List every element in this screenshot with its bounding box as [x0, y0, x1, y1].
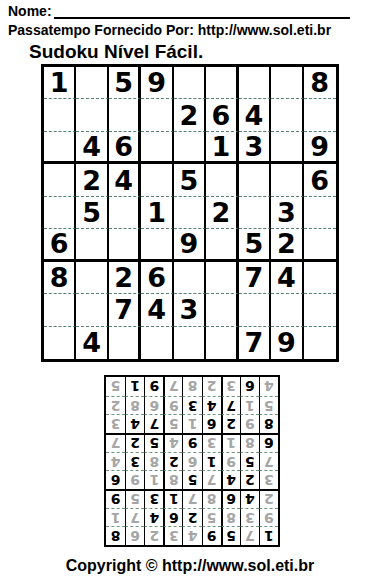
- puzzle-cell-r3c3: 6: [109, 132, 141, 164]
- puzzle-cell-r7c4: 6: [141, 262, 173, 294]
- puzzle-cell-r6c3[interactable]: [109, 229, 141, 261]
- solution-cell-r4c1: 3: [259, 470, 278, 489]
- puzzle-cell-r2c9[interactable]: [304, 99, 336, 131]
- solution-cell-r2c2: 3: [240, 508, 259, 527]
- puzzle-cell-r7c9[interactable]: [304, 262, 336, 294]
- puzzle-cell-r9c2: 4: [76, 327, 108, 359]
- solution-cell-r1c9: 8: [106, 526, 125, 545]
- solution-cell-r9c6: 7: [163, 377, 182, 396]
- solution-cell-r2c4: 5: [202, 508, 221, 527]
- puzzle-cell-r5c1[interactable]: [44, 197, 76, 229]
- solution-cell-r7c9: 3: [106, 414, 125, 433]
- puzzle-cell-r3c4[interactable]: [141, 132, 173, 164]
- puzzle-cell-r5c6: 2: [206, 197, 238, 229]
- solution-cell-r1c1: 1: [259, 526, 278, 545]
- solution-cell-r7c6: 5: [163, 414, 182, 433]
- solution-cell-r9c3: 3: [221, 377, 240, 396]
- solution-cell-r5c8: 3: [125, 452, 144, 471]
- puzzle-cell-r1c2[interactable]: [76, 67, 108, 99]
- puzzle-cell-r3c1[interactable]: [44, 132, 76, 164]
- sudoku-puzzle-grid: 15982644613924565123695282674743479: [41, 64, 339, 362]
- puzzle-cell-r1c6[interactable]: [206, 67, 238, 99]
- solution-cell-r8c3: 7: [221, 396, 240, 415]
- solution-cell-r2c8: 7: [125, 508, 144, 527]
- solution-cell-r1c2: 7: [240, 526, 259, 545]
- solution-cell-r8c8: 8: [125, 396, 144, 415]
- solution-cell-r7c7: 7: [144, 414, 163, 433]
- solution-cell-r7c1: 8: [259, 414, 278, 433]
- solution-cell-r8c7: 6: [144, 396, 163, 415]
- puzzle-cell-r2c7: 4: [239, 99, 271, 131]
- puzzle-cell-r8c9[interactable]: [304, 294, 336, 326]
- puzzle-cell-r9c8: 9: [271, 327, 303, 359]
- solution-cell-r5c7: 8: [144, 452, 163, 471]
- puzzle-cell-r6c6[interactable]: [206, 229, 238, 261]
- solution-cell-r6c3: 1: [221, 433, 240, 452]
- solution-cell-r9c7: 9: [144, 377, 163, 396]
- puzzle-cell-r9c5[interactable]: [174, 327, 206, 359]
- puzzle-cell-r2c3[interactable]: [109, 99, 141, 131]
- solution-cell-r4c2: 2: [240, 470, 259, 489]
- solution-cell-r6c9: 7: [106, 433, 125, 452]
- puzzle-cell-r7c3: 2: [109, 262, 141, 294]
- solution-cell-r9c8: 1: [125, 377, 144, 396]
- worksheet-page: Nome: Passatempo Fornecido Por: http://w…: [0, 0, 380, 585]
- solution-cell-r4c4: 7: [202, 470, 221, 489]
- puzzle-cell-r2c6: 6: [206, 99, 238, 131]
- puzzle-cell-r8c2[interactable]: [76, 294, 108, 326]
- puzzle-cell-r9c7: 7: [239, 327, 271, 359]
- solution-cell-r9c2: 6: [240, 377, 259, 396]
- name-label: Nome:: [8, 3, 52, 19]
- puzzle-cell-r6c9[interactable]: [304, 229, 336, 261]
- solution-cell-r1c4: 9: [202, 526, 221, 545]
- puzzle-cell-r3c5[interactable]: [174, 132, 206, 164]
- solution-cell-r2c1: 9: [259, 508, 278, 527]
- solution-cell-r8c1: 5: [259, 396, 278, 415]
- puzzle-cell-r9c1[interactable]: [44, 327, 76, 359]
- solution-cell-r2c7: 4: [144, 508, 163, 527]
- solution-cell-r8c6: 9: [163, 396, 182, 415]
- solution-cell-r8c5: 3: [182, 396, 201, 415]
- puzzle-cell-r7c7: 7: [239, 262, 271, 294]
- solution-cell-r6c1: 6: [259, 433, 278, 452]
- puzzle-cell-r1c4: 9: [141, 67, 173, 99]
- puzzle-cell-r7c6[interactable]: [206, 262, 238, 294]
- name-row: Nome:: [0, 0, 380, 19]
- puzzle-cell-r2c4[interactable]: [141, 99, 173, 131]
- puzzle-cell-r3c9: 9: [304, 132, 336, 164]
- sudoku-solution-grid-rotated: 1759432689385264712468713593247581967591…: [104, 375, 280, 547]
- solution-cell-r7c3: 2: [221, 414, 240, 433]
- solution-cell-r9c4: 2: [202, 377, 221, 396]
- solution-cell-r4c8: 9: [125, 470, 144, 489]
- solution-cell-r1c8: 6: [125, 526, 144, 545]
- puzzle-cell-r8c5: 3: [174, 294, 206, 326]
- solution-cell-r2c3: 8: [221, 508, 240, 527]
- puzzle-cell-r7c2[interactable]: [76, 262, 108, 294]
- puzzle-cell-r8c4: 4: [141, 294, 173, 326]
- puzzle-cell-r8c7[interactable]: [239, 294, 271, 326]
- puzzle-cell-r4c2: 2: [76, 164, 108, 196]
- solution-cell-r5c3: 9: [221, 452, 240, 471]
- puzzle-cell-r6c4[interactable]: [141, 229, 173, 261]
- puzzle-cell-r8c3: 7: [109, 294, 141, 326]
- solution-cell-r4c5: 5: [182, 470, 201, 489]
- puzzle-cell-r3c7: 3: [239, 132, 271, 164]
- puzzle-cell-r4c5: 5: [174, 164, 206, 196]
- solution-cell-r5c6: 2: [163, 452, 182, 471]
- solution-cell-r6c7: 5: [144, 433, 163, 452]
- solution-cell-r5c9: 4: [106, 452, 125, 471]
- solution-cell-r3c9: 9: [106, 489, 125, 508]
- puzzle-cell-r4c4[interactable]: [141, 164, 173, 196]
- solution-cell-r4c3: 4: [221, 470, 240, 489]
- solution-cell-r5c1: 7: [259, 452, 278, 471]
- puzzle-cell-r9c3[interactable]: [109, 327, 141, 359]
- solution-cell-r7c5: 1: [182, 414, 201, 433]
- puzzle-cell-r4c8[interactable]: [271, 164, 303, 196]
- puzzle-cell-r5c7[interactable]: [239, 197, 271, 229]
- puzzle-cell-r4c7[interactable]: [239, 164, 271, 196]
- puzzle-cell-r4c9: 6: [304, 164, 336, 196]
- solution-cell-r4c9: 6: [106, 470, 125, 489]
- puzzle-cell-r2c5: 2: [174, 99, 206, 131]
- solution-cell-r3c2: 4: [240, 489, 259, 508]
- solution-cell-r1c6: 3: [163, 526, 182, 545]
- puzzle-cell-r6c1: 6: [44, 229, 76, 261]
- puzzle-cell-r5c4: 1: [141, 197, 173, 229]
- solution-cell-r7c8: 4: [125, 414, 144, 433]
- puzzle-cell-r1c8[interactable]: [271, 67, 303, 99]
- solution-cell-r3c4: 8: [202, 489, 221, 508]
- solution-cell-r9c1: 4: [259, 377, 278, 396]
- puzzle-cell-r7c1: 8: [44, 262, 76, 294]
- solution-cell-r8c4: 4: [202, 396, 221, 415]
- name-fill-line[interactable]: [54, 4, 350, 19]
- solution-cell-r7c4: 6: [202, 414, 221, 433]
- puzzle-cell-r6c7: 5: [239, 229, 271, 261]
- puzzle-cell-r8c8[interactable]: [271, 294, 303, 326]
- puzzle-cell-r2c2[interactable]: [76, 99, 108, 131]
- puzzle-cell-r5c9[interactable]: [304, 197, 336, 229]
- puzzle-cell-r5c5[interactable]: [174, 197, 206, 229]
- puzzle-cell-r5c2: 5: [76, 197, 108, 229]
- puzzle-cell-r1c5[interactable]: [174, 67, 206, 99]
- solution-cell-r3c1: 2: [259, 489, 278, 508]
- copyright-text: Copyright © http://www.sol.eti.br: [0, 557, 380, 575]
- puzzle-cell-r1c3: 5: [109, 67, 141, 99]
- solution-cell-r1c7: 2: [144, 526, 163, 545]
- puzzle-cell-r7c8: 4: [271, 262, 303, 294]
- provided-by-text: Passatempo Fornecido Por: http://www.sol…: [8, 22, 380, 38]
- solution-cell-r2c5: 2: [182, 508, 201, 527]
- puzzle-cell-r4c3: 4: [109, 164, 141, 196]
- solution-cell-r6c5: 9: [182, 433, 201, 452]
- solution-cell-r1c3: 5: [221, 526, 240, 545]
- solution-cell-r9c9: 5: [106, 377, 125, 396]
- puzzle-cell-r3c2: 4: [76, 132, 108, 164]
- puzzle-cell-r3c8[interactable]: [271, 132, 303, 164]
- puzzle-cell-r6c5: 9: [174, 229, 206, 261]
- solution-cell-r1c5: 4: [182, 526, 201, 545]
- solution-cell-r9c5: 8: [182, 377, 201, 396]
- solution-cell-r8c9: 2: [106, 396, 125, 415]
- puzzle-cell-r2c1[interactable]: [44, 99, 76, 131]
- solution-cell-r6c6: 4: [163, 433, 182, 452]
- solution-cell-r3c7: 3: [144, 489, 163, 508]
- puzzle-cell-r4c1[interactable]: [44, 164, 76, 196]
- solution-cell-r6c2: 8: [240, 433, 259, 452]
- puzzle-cell-r7c5[interactable]: [174, 262, 206, 294]
- puzzle-cell-r3c6: 1: [206, 132, 238, 164]
- puzzle-cell-r4c6[interactable]: [206, 164, 238, 196]
- puzzle-cell-r1c9: 8: [304, 67, 336, 99]
- solution-cell-r3c5: 7: [182, 489, 201, 508]
- solution-cell-r6c4: 3: [202, 433, 221, 452]
- puzzle-cell-r8c1[interactable]: [44, 294, 76, 326]
- puzzle-cell-r8c6[interactable]: [206, 294, 238, 326]
- puzzle-cell-r5c8: 3: [271, 197, 303, 229]
- solution-cell-r2c9: 1: [106, 508, 125, 527]
- solution-cell-r3c3: 6: [221, 489, 240, 508]
- puzzle-cell-r9c9[interactable]: [304, 327, 336, 359]
- solution-cell-r8c2: 1: [240, 396, 259, 415]
- solution-cell-r5c5: 6: [182, 452, 201, 471]
- puzzle-cell-r5c3[interactable]: [109, 197, 141, 229]
- solution-cell-r5c2: 5: [240, 452, 259, 471]
- solution-cell-r6c8: 2: [125, 433, 144, 452]
- puzzle-cell-r6c2[interactable]: [76, 229, 108, 261]
- solution-cell-r4c7: 1: [144, 470, 163, 489]
- puzzle-cell-r1c7[interactable]: [239, 67, 271, 99]
- solution-cell-r7c2: 9: [240, 414, 259, 433]
- solution-cell-r4c6: 8: [163, 470, 182, 489]
- puzzle-cell-r9c6[interactable]: [206, 327, 238, 359]
- page-title: Sudoku Nível Fácil.: [29, 41, 380, 63]
- solution-cell-r3c8: 5: [125, 489, 144, 508]
- puzzle-cell-r1c1: 1: [44, 67, 76, 99]
- puzzle-cell-r2c8[interactable]: [271, 99, 303, 131]
- solution-cell-r5c4: 1: [202, 452, 221, 471]
- solution-cell-r3c6: 1: [163, 489, 182, 508]
- puzzle-cell-r6c8: 2: [271, 229, 303, 261]
- solution-cell-r2c6: 6: [163, 508, 182, 527]
- puzzle-cell-r9c4[interactable]: [141, 327, 173, 359]
